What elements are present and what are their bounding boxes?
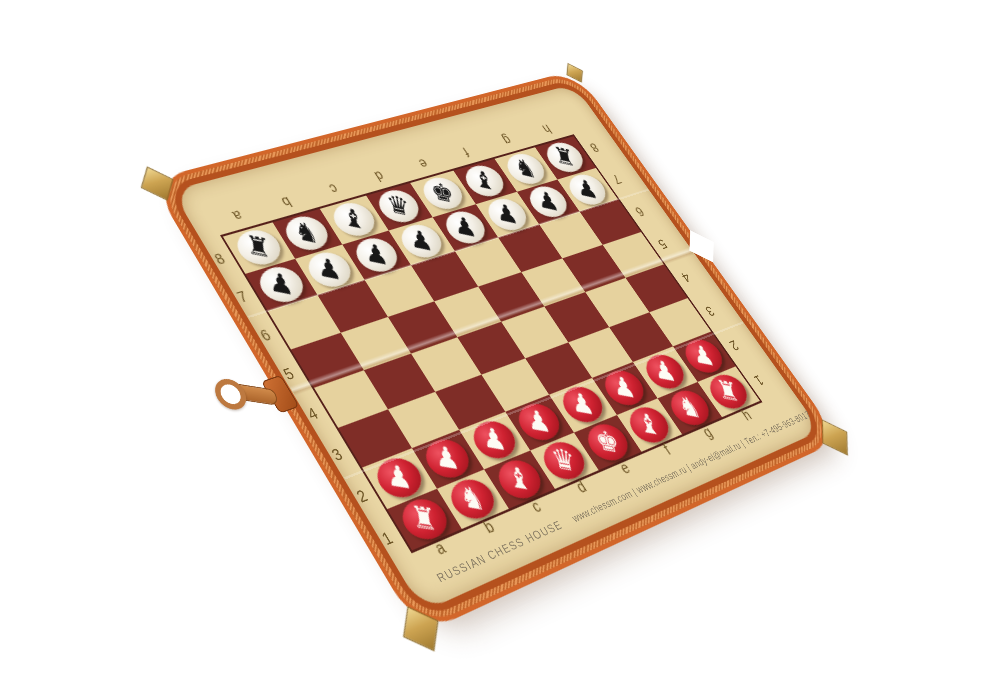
black-rook-glyph: ♜ (244, 231, 272, 262)
black-knight-glyph: ♞ (512, 155, 539, 182)
file-label-top-h: h (540, 122, 554, 136)
white-rook-glyph: ♜ (714, 376, 743, 406)
black-king-glyph: ♚ (429, 178, 456, 206)
file-label-bottom-h: h (738, 406, 753, 422)
rank-label-right-3: 3 (703, 304, 718, 319)
white-pawn-glyph: ♟ (383, 460, 413, 494)
rank-label-right-1: 1 (752, 373, 767, 389)
rank-label-right-6: 6 (632, 204, 646, 218)
rank-label-left-7: 7 (233, 287, 249, 304)
file-label-bottom-e: e (616, 458, 632, 476)
white-pawn-glyph: ♟ (650, 356, 679, 386)
file-label-top-b: b (279, 194, 294, 210)
black-pawn-glyph: ♟ (451, 212, 478, 241)
rank-label-left-2: 2 (353, 485, 370, 504)
white-pawn-glyph: ♟ (524, 405, 554, 437)
file-label-top-d: d (372, 169, 387, 184)
white-pawn-glyph: ♟ (432, 441, 462, 474)
black-knight-glyph: ♞ (293, 217, 321, 247)
black-pawn-glyph: ♟ (574, 175, 601, 202)
chessboard: ♜♞♝♛♚♝♞♜♟♟♟♟♟♟♟♟♟♟♟♟♟♟♟♟♜♞♝♛♚♝♞♜ (220, 134, 763, 553)
file-label-bottom-c: c (527, 496, 543, 514)
rank-label-right-5: 5 (655, 237, 669, 252)
file-label-top-f: f (460, 145, 472, 158)
white-knight-glyph: ♞ (457, 481, 488, 514)
file-label-bottom-b: b (480, 516, 497, 535)
black-pawn-glyph: ♟ (315, 253, 343, 284)
file-label-top-g: g (500, 133, 514, 147)
black-pawn-glyph: ♟ (407, 225, 435, 254)
white-pawn-glyph: ♟ (479, 423, 509, 455)
file-label-bottom-g: g (699, 423, 714, 440)
file-label-top-e: e (416, 157, 431, 172)
white-pawn-glyph: ♟ (610, 372, 639, 402)
file-label-top-c: c (327, 181, 342, 196)
white-knight-glyph: ♞ (675, 392, 704, 422)
rank-label-left-4: 4 (304, 404, 321, 422)
board-content: ♜♞♝♛♚♝♞♜♟♟♟♟♟♟♟♟♟♟♟♟♟♟♟♟♜♞♝♛♚♝♞♜ aabbccd… (150, 70, 840, 635)
rank-label-left-8: 8 (211, 249, 227, 266)
chess-case: ♜♞♝♛♚♝♞♜♟♟♟♟♟♟♟♟♟♟♟♟♟♟♟♟♜♞♝♛♚♝♞♜ aabbccd… (150, 70, 840, 635)
black-pawn-glyph: ♟ (534, 187, 561, 215)
black-pawn-glyph: ♟ (362, 239, 390, 269)
file-label-top-a: a (230, 208, 246, 224)
black-rook-glyph: ♜ (551, 143, 577, 170)
pocket-chess-set-photo: ♜♞♝♛♚♝♞♜♟♟♟♟♟♟♟♟♟♟♟♟♟♟♟♟♜♞♝♛♚♝♞♜ aabbccd… (0, 0, 1000, 700)
white-queen-glyph: ♛ (549, 443, 579, 475)
white-bishop-glyph: ♝ (634, 408, 663, 439)
black-pawn-glyph: ♟ (266, 268, 295, 299)
white-pawn-glyph: ♟ (568, 388, 597, 419)
rank-label-left-1: 1 (378, 527, 395, 547)
white-king-glyph: ♚ (592, 425, 622, 456)
black-bishop-glyph: ♝ (340, 204, 368, 234)
black-queen-glyph: ♛ (385, 191, 412, 220)
rank-label-right-2: 2 (727, 338, 742, 354)
rank-label-right-7: 7 (609, 172, 623, 186)
rank-label-left-6: 6 (256, 325, 272, 342)
rank-label-right-4: 4 (679, 270, 694, 285)
file-label-bottom-d: d (572, 477, 588, 495)
white-bishop-glyph: ♝ (504, 462, 534, 495)
white-rook-glyph: ♜ (408, 501, 439, 535)
white-pawn-glyph: ♟ (689, 341, 717, 370)
rank-label-right-8: 8 (587, 140, 601, 154)
zipper-pull-ring[interactable] (213, 377, 248, 412)
black-pawn-glyph: ♟ (493, 199, 520, 227)
black-bishop-glyph: ♝ (471, 166, 498, 194)
file-label-bottom-a: a (431, 537, 448, 556)
rank-label-left-3: 3 (328, 444, 345, 463)
